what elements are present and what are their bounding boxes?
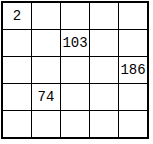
grid-cell-r1c1[interactable]: 2 [3,3,31,29]
grid-cell-r2c1[interactable] [3,30,31,56]
board-background: 210318674 [0,0,153,144]
grid-cell-r3c2[interactable] [32,57,60,83]
grid-cell-r5c5[interactable] [119,111,147,137]
grid-cell-r3c5[interactable]: 186 [119,57,147,83]
grid-cell-r4c2[interactable]: 74 [32,84,60,110]
grid-cell-r3c4[interactable] [90,57,118,83]
grid-cell-r2c4[interactable] [90,30,118,56]
grid-cell-r1c2[interactable] [32,3,60,29]
grid-cell-r4c4[interactable] [90,84,118,110]
grid-cell-r4c5[interactable] [119,84,147,110]
grid-cell-r4c1[interactable] [3,84,31,110]
grid-cell-r4c3[interactable] [61,84,89,110]
grid-cell-r5c2[interactable] [32,111,60,137]
grid-cell-r5c3[interactable] [61,111,89,137]
grid-cell-r1c3[interactable] [61,3,89,29]
grid-cell-r5c1[interactable] [3,111,31,137]
grid-cell-r2c3[interactable]: 103 [61,30,89,56]
grid-cell-r3c3[interactable] [61,57,89,83]
grid-cell-r2c2[interactable] [32,30,60,56]
grid-cell-r1c5[interactable] [119,3,147,29]
grid-cell-r5c4[interactable] [90,111,118,137]
puzzle-grid: 210318674 [1,1,149,139]
grid-cell-r1c4[interactable] [90,3,118,29]
grid-cell-r3c1[interactable] [3,57,31,83]
grid-cell-r2c5[interactable] [119,30,147,56]
